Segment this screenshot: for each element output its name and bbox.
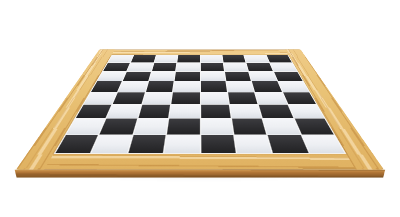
square-h3[interactable]: [288, 105, 324, 119]
square-a8[interactable]: [108, 55, 134, 63]
square-d7[interactable]: [176, 63, 199, 71]
square-d2[interactable]: [167, 119, 199, 135]
square-b5[interactable]: [118, 81, 147, 91]
square-f2[interactable]: [232, 119, 267, 135]
square-d4[interactable]: [171, 92, 199, 104]
square-h7[interactable]: [270, 63, 297, 71]
page-background: { "game": "chess", "position": "8/8/8/8/…: [0, 0, 400, 217]
square-e8[interactable]: [200, 55, 222, 63]
square-c8[interactable]: [154, 55, 177, 63]
square-g3[interactable]: [259, 105, 293, 119]
square-c4[interactable]: [142, 92, 172, 104]
square-d5[interactable]: [173, 81, 199, 91]
square-c1[interactable]: [128, 135, 166, 153]
square-e1[interactable]: [201, 135, 236, 153]
square-f5[interactable]: [226, 81, 254, 91]
square-c6[interactable]: [149, 72, 175, 81]
square-f6[interactable]: [225, 72, 251, 81]
square-a4[interactable]: [84, 92, 117, 104]
square-f3[interactable]: [230, 105, 262, 119]
square-b6[interactable]: [123, 72, 151, 81]
square-c3[interactable]: [138, 105, 170, 119]
square-g4[interactable]: [255, 92, 287, 104]
square-e3[interactable]: [201, 105, 231, 119]
square-d6[interactable]: [175, 72, 200, 81]
square-e6[interactable]: [200, 72, 225, 81]
square-h4[interactable]: [283, 92, 316, 104]
square-d8[interactable]: [177, 55, 199, 63]
square-a3[interactable]: [76, 105, 112, 119]
square-g5[interactable]: [252, 81, 281, 91]
square-g6[interactable]: [249, 72, 277, 81]
square-b4[interactable]: [113, 92, 145, 104]
square-e5[interactable]: [200, 81, 226, 91]
square-h5[interactable]: [278, 81, 309, 91]
square-f4[interactable]: [228, 92, 258, 104]
square-h6[interactable]: [274, 72, 303, 81]
square-c2[interactable]: [134, 119, 169, 135]
square-b7[interactable]: [127, 63, 153, 71]
square-a6[interactable]: [97, 72, 126, 81]
square-g7[interactable]: [247, 63, 273, 71]
square-d1[interactable]: [164, 135, 199, 153]
chessboard: [16, 50, 384, 170]
square-b1[interactable]: [92, 135, 132, 153]
chessboard-scene: [0, 0, 400, 217]
board-front-edge: [15, 170, 386, 178]
square-b2[interactable]: [100, 119, 137, 135]
square-e2[interactable]: [201, 119, 233, 135]
square-f8[interactable]: [222, 55, 245, 63]
square-e4[interactable]: [201, 92, 229, 104]
square-d3[interactable]: [169, 105, 199, 119]
square-b3[interactable]: [107, 105, 141, 119]
square-c5[interactable]: [146, 81, 174, 91]
square-f7[interactable]: [224, 63, 249, 71]
square-a5[interactable]: [91, 81, 122, 91]
square-h8[interactable]: [266, 55, 292, 63]
square-e7[interactable]: [200, 63, 223, 71]
square-g8[interactable]: [244, 55, 268, 63]
square-c7[interactable]: [152, 63, 177, 71]
square-b8[interactable]: [131, 55, 155, 63]
square-f1[interactable]: [234, 135, 272, 153]
square-a7[interactable]: [103, 63, 130, 71]
